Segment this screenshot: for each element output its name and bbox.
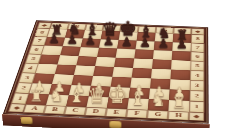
square-d1[interactable]: ♛ [86, 96, 108, 108]
square-c4[interactable] [74, 65, 95, 75]
board-frame: ◆ABCDEFGH◆8♜♞♝♛♚♝♞♜87♟♟♟♟♟♟♟♟7665544332♟… [3, 20, 209, 123]
square-h6[interactable] [172, 51, 191, 61]
square-d5[interactable] [95, 56, 116, 66]
square-d6[interactable] [97, 47, 117, 57]
file-label-d: D [85, 107, 107, 116]
file-label-c: C [64, 106, 86, 115]
square-d7[interactable]: ♟ [99, 39, 119, 48]
rank-label-1: 1 [189, 100, 204, 112]
square-h1[interactable]: ♜ [168, 100, 189, 112]
black-pawn-f7[interactable]: ♟ [136, 36, 154, 49]
square-b6[interactable] [60, 46, 81, 56]
square-b4[interactable] [55, 64, 76, 74]
square-g5[interactable] [152, 59, 172, 69]
black-pawn-a7[interactable]: ♟ [45, 32, 63, 44]
rank-label-4: 4 [190, 70, 204, 80]
file-label-b: B [44, 105, 67, 114]
square-d4[interactable] [93, 66, 114, 77]
chess-board: ◆ABCDEFGH◆8♜♞♝♛♚♝♞♜87♟♟♟♟♟♟♟♟7665544332♟… [3, 20, 209, 123]
white-rook-a1[interactable]: ♜ [26, 88, 46, 103]
square-e1[interactable]: ♚ [107, 97, 129, 109]
white-knight-g1[interactable]: ♞ [148, 93, 169, 109]
square-h5[interactable] [171, 60, 190, 70]
square-f1[interactable]: ♝ [127, 98, 149, 110]
white-king-e1[interactable]: ♚ [107, 84, 127, 107]
rank-label-3: 3 [190, 80, 205, 91]
square-c5[interactable] [76, 56, 97, 66]
square-a5[interactable] [39, 54, 60, 64]
black-pawn-h7[interactable]: ♟ [172, 37, 190, 50]
black-pawn-c7[interactable]: ♟ [81, 34, 99, 46]
square-g1[interactable]: ♞ [148, 99, 169, 111]
square-c1[interactable]: ♝ [66, 95, 89, 107]
border-ornament: ◆ [189, 111, 204, 120]
white-queen-d1[interactable]: ♛ [87, 84, 107, 106]
square-f4[interactable] [132, 67, 152, 78]
border-ornament: ◆ [8, 103, 26, 112]
rank-label-2: 2 [189, 90, 204, 101]
square-f6[interactable] [134, 49, 154, 59]
rank-label-5: 5 [190, 60, 204, 70]
file-label-h: H [168, 110, 189, 119]
white-bishop-f1[interactable]: ♝ [127, 90, 148, 108]
square-a4[interactable] [36, 63, 58, 73]
square-h4[interactable] [170, 69, 190, 80]
rank-label-8: 8 [191, 34, 204, 43]
black-pawn-d7[interactable]: ♟ [99, 34, 117, 47]
black-pawn-b7[interactable]: ♟ [63, 33, 81, 45]
rank-label-7: 7 [191, 43, 205, 52]
square-b7[interactable]: ♟ [63, 37, 83, 46]
file-label-a: A [23, 104, 46, 113]
square-b5[interactable] [57, 55, 78, 65]
brass-clasp-right [109, 120, 121, 128]
board-grid: ◆ABCDEFGH◆8♜♞♝♛♚♝♞♜87♟♟♟♟♟♟♟♟7665544332♟… [8, 22, 204, 121]
white-bishop-c1[interactable]: ♝ [66, 87, 86, 105]
square-g4[interactable] [151, 68, 171, 79]
white-rook-h1[interactable]: ♜ [168, 95, 189, 110]
square-f7[interactable]: ♟ [135, 40, 154, 50]
square-c6[interactable] [79, 47, 99, 57]
square-e6[interactable] [116, 48, 136, 58]
rank-label-6: 6 [190, 51, 204, 61]
scene: ◆ABCDEFGH◆8♜♞♝♛♚♝♞♜87♟♟♟♟♟♟♟♟7665544332♟… [0, 0, 228, 128]
square-g6[interactable] [153, 50, 172, 60]
file-label-g: G [147, 110, 168, 119]
square-g7[interactable]: ♟ [154, 41, 173, 51]
rank-label-5: 5 [25, 53, 42, 63]
square-h7[interactable]: ♟ [172, 42, 191, 52]
brass-clasp-left [20, 116, 32, 124]
square-f5[interactable] [133, 58, 153, 68]
photo-background: ◆ABCDEFGH◆8♜♞♝♛♚♝♞♜87♟♟♟♟♟♟♟♟7665544332♟… [0, 0, 228, 128]
white-knight-b1[interactable]: ♞ [46, 88, 66, 104]
black-pawn-e7[interactable]: ♟ [117, 35, 135, 48]
black-pawn-g7[interactable]: ♟ [154, 37, 172, 50]
square-e7[interactable]: ♟ [117, 39, 136, 48]
rank-label-6: 6 [28, 45, 44, 54]
square-e5[interactable] [114, 57, 134, 67]
square-e4[interactable] [112, 67, 133, 78]
square-c7[interactable]: ♟ [81, 38, 101, 47]
file-label-f: F [126, 109, 148, 118]
file-label-e: E [105, 108, 127, 117]
